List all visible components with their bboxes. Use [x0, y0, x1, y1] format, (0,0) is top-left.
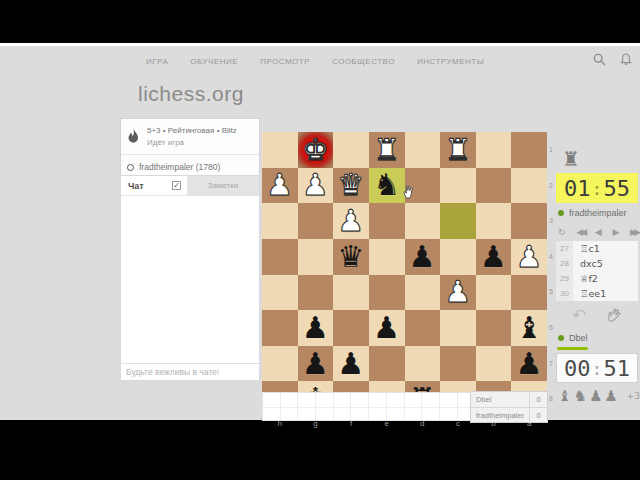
- clock-black: 00:51: [556, 353, 638, 383]
- square-g6[interactable]: ♟: [298, 310, 334, 346]
- nav-item-3[interactable]: СООБЩЕСТВО: [332, 57, 395, 66]
- tray-cell: [405, 408, 423, 421]
- material-advantage: +3: [627, 391, 640, 401]
- chat-input[interactable]: Будьте вежливы в чате!: [121, 363, 259, 380]
- tray-cell: [263, 408, 281, 421]
- square-f6[interactable]: [333, 310, 369, 346]
- clock-white: 01:55: [556, 173, 638, 203]
- square-h1[interactable]: [262, 132, 298, 168]
- move-row-27: 27♖c1: [556, 241, 638, 256]
- black-bishop-a6: ♝: [516, 313, 543, 343]
- offer-draw-hand-icon[interactable]: [603, 304, 625, 326]
- takeback-icon[interactable]: ↶: [572, 305, 586, 325]
- rank-label-6: 6: [549, 324, 553, 331]
- square-g1[interactable]: ♚: [298, 132, 334, 168]
- tray-cell: [281, 393, 299, 407]
- nav-item-0[interactable]: ИГРА: [146, 57, 168, 66]
- square-d2[interactable]: [405, 168, 441, 204]
- square-g3[interactable]: [298, 203, 334, 239]
- square-a6[interactable]: ♝: [511, 310, 547, 346]
- chat-messages: [121, 196, 259, 363]
- square-d7[interactable]: [405, 346, 441, 382]
- square-f5[interactable]: [333, 275, 369, 311]
- square-d1[interactable]: [405, 132, 441, 168]
- square-a4[interactable]: ♟: [511, 239, 547, 275]
- tray-cell: [281, 408, 299, 421]
- tray-cell: [440, 408, 458, 421]
- rank-label-7: 7: [549, 360, 553, 367]
- move-san[interactable]: ♕f2: [573, 273, 598, 284]
- square-c7[interactable]: [440, 346, 476, 382]
- captured-pieces-row: ♝♞♟♟ +3: [558, 387, 640, 405]
- rank-label-5: 5: [549, 288, 553, 295]
- tray-cell: [440, 393, 458, 407]
- player-white-row[interactable]: fradtheimpaler: [558, 208, 627, 218]
- rank-label-4: 4: [549, 253, 553, 260]
- search-icon[interactable]: [593, 53, 606, 66]
- tray-cell: [369, 408, 387, 421]
- square-d5[interactable]: [405, 275, 441, 311]
- game-mode: 5+3 • Рейтинговая • Blitz: [147, 126, 237, 135]
- square-b4[interactable]: ♟: [476, 239, 512, 275]
- replay-controls: ↻◀◀◀▶▶▶: [558, 227, 638, 237]
- rank-label-2: 2: [549, 182, 553, 189]
- top-nav: ИГРАОБУЧЕНИЕПРОСМОТРСООБЩЕСТВОИНСТРУМЕНТ…: [146, 57, 484, 66]
- move-number: 29: [556, 271, 573, 286]
- square-d6[interactable]: [405, 310, 441, 346]
- square-e2[interactable]: ♞: [369, 168, 405, 204]
- square-h5[interactable]: [262, 275, 298, 311]
- square-h7[interactable]: [262, 346, 298, 382]
- square-b6[interactable]: [476, 310, 512, 346]
- square-f3[interactable]: ♟: [333, 203, 369, 239]
- white-queen-f2: ♛: [338, 170, 365, 200]
- move-number: 30: [556, 286, 573, 301]
- nav-item-2[interactable]: ПРОСМОТР: [260, 57, 310, 66]
- time-progress-bar: [557, 347, 588, 350]
- black-pawn-d4: ♟: [409, 242, 436, 272]
- online-dot: [558, 335, 564, 341]
- tray-cell: [387, 393, 405, 407]
- square-a2[interactable]: [511, 168, 547, 204]
- square-e6[interactable]: ♟: [369, 310, 405, 346]
- square-d3[interactable]: [405, 203, 441, 239]
- move-number: 27: [556, 241, 573, 256]
- square-a7[interactable]: ♟: [511, 346, 547, 382]
- captured-piece: ♟: [589, 387, 604, 405]
- replay-prev-icon[interactable]: ◀: [595, 227, 602, 237]
- white-pawn-g2: ♟: [302, 170, 329, 200]
- white-pawn-f3: ♟: [338, 206, 365, 236]
- black-pawn-e6: ♟: [373, 313, 400, 343]
- black-pawn-b4: ♟: [480, 242, 507, 272]
- square-a5[interactable]: [511, 275, 547, 311]
- tray-cell: [316, 408, 334, 421]
- square-f4[interactable]: ♛: [333, 239, 369, 275]
- move-row-29: 29♕f2: [556, 271, 638, 286]
- tab-notes[interactable]: Заметки: [187, 176, 259, 195]
- black-knight-e2: ♞: [373, 170, 400, 200]
- tab-chat[interactable]: Чат: [121, 181, 144, 191]
- white-pawn-h2: ♟: [266, 170, 293, 200]
- square-e7[interactable]: [369, 346, 405, 382]
- square-a3[interactable]: [511, 203, 547, 239]
- move-number: 28: [556, 256, 573, 271]
- screenshot-stage: ИГРАОБУЧЕНИЕПРОСМОТРСООБЩЕСТВОИНСТРУМЕНТ…: [0, 0, 640, 480]
- square-b7[interactable]: [476, 346, 512, 382]
- square-g2[interactable]: ♟: [298, 168, 334, 204]
- score-row-fradtheimpaler: fradtheimpaler0: [471, 407, 547, 422]
- page: ИГРАОБУЧЕНИЕПРОСМОТРСООБЩЕСТВОИНСТРУМЕНТ…: [0, 43, 640, 420]
- square-g4[interactable]: [298, 239, 334, 275]
- captured-piece: ♝: [558, 387, 573, 405]
- tray-cell: [298, 408, 316, 421]
- score-row-Dbel: Dbel0: [471, 392, 547, 407]
- player-black-row[interactable]: Dbel: [558, 333, 588, 343]
- white-color-dot: [127, 164, 134, 171]
- black-pawn-g6: ♟: [302, 313, 329, 343]
- square-h6[interactable]: [262, 310, 298, 346]
- square-c4[interactable]: [440, 239, 476, 275]
- white-pawn-c5: ♟: [444, 277, 471, 307]
- chess-board[interactable]: ♚♜♜♟♟♛♞♟♛♟♟♟♟♟♟♝♟♟♟♚♜: [262, 132, 547, 417]
- white-rook-e1: ♜: [373, 135, 400, 165]
- square-b5[interactable]: [476, 275, 512, 311]
- tray-cell: [387, 408, 405, 421]
- tray-cell: [351, 393, 369, 407]
- square-a1[interactable]: [511, 132, 547, 168]
- move-row-30: 30♖ee1: [556, 286, 638, 301]
- bell-icon[interactable]: [620, 53, 632, 66]
- chat-panel: Чат ✓ Заметки Будьте вежливы в чате!: [120, 175, 260, 381]
- game-status: Идёт игра: [147, 138, 237, 147]
- blitz-flame-icon: [127, 128, 140, 146]
- square-h4[interactable]: [262, 239, 298, 275]
- white-rook-c1: ♜: [444, 135, 471, 165]
- tray-cell: [422, 408, 440, 421]
- replay-last-icon[interactable]: ▶▶: [630, 227, 638, 237]
- square-g5[interactable]: [298, 275, 334, 311]
- score-table: Dbel0fradtheimpaler0: [470, 391, 548, 423]
- tray-cell: [351, 408, 369, 421]
- tray-cell: [405, 393, 423, 407]
- black-pawn-f7: ♟: [338, 349, 365, 379]
- move-list: 27♖c128dxc529♕f230♖ee1: [556, 241, 638, 301]
- black-queen-f4: ♛: [338, 242, 365, 272]
- square-c3[interactable]: [440, 203, 476, 239]
- square-b1[interactable]: [476, 132, 512, 168]
- rook-icon: ♜: [562, 147, 580, 171]
- tray-cell: [263, 393, 281, 407]
- replay-loop-icon[interactable]: ↻: [558, 227, 566, 237]
- move-san[interactable]: dxc5: [573, 258, 603, 269]
- square-e1[interactable]: ♜: [369, 132, 405, 168]
- square-f7[interactable]: ♟: [333, 346, 369, 382]
- nav-item-1[interactable]: ОБУЧЕНИЕ: [190, 57, 238, 66]
- square-e3[interactable]: [369, 203, 405, 239]
- tray-cell: [369, 393, 387, 407]
- tray-cell: [334, 393, 352, 407]
- square-h2[interactable]: ♟: [262, 168, 298, 204]
- nav-item-4[interactable]: ИНСТРУМЕНТЫ: [417, 57, 484, 66]
- square-h3[interactable]: [262, 203, 298, 239]
- black-pawn-a7: ♟: [516, 349, 543, 379]
- captured-piece: ♞: [573, 387, 588, 405]
- tray-cell: [316, 393, 334, 407]
- move-san[interactable]: ♖ee1: [573, 288, 606, 299]
- replay-next-icon[interactable]: ▶: [612, 227, 619, 237]
- square-b3[interactable]: [476, 203, 512, 239]
- tray-cell: [422, 393, 440, 407]
- square-f2[interactable]: ♛: [333, 168, 369, 204]
- square-e5[interactable]: [369, 275, 405, 311]
- square-c2[interactable]: [440, 168, 476, 204]
- square-g7[interactable]: ♟: [298, 346, 334, 382]
- player-white[interactable]: fradtheimpaler (1780): [127, 160, 253, 174]
- rank-label-8: 8: [549, 395, 553, 402]
- captured-piece: ♟: [604, 387, 619, 405]
- square-c1[interactable]: ♜: [440, 132, 476, 168]
- tray-cell: [334, 408, 352, 421]
- move-row-28: 28dxc5: [556, 256, 638, 271]
- square-c6[interactable]: [440, 310, 476, 346]
- chat-toggle-checkbox[interactable]: ✓: [172, 181, 181, 190]
- white-king-g1: ♚: [302, 135, 329, 165]
- tray-cell: [298, 393, 316, 407]
- rank-label-3: 3: [549, 217, 553, 224]
- white-pawn-a4: ♟: [516, 242, 543, 272]
- rank-label-1: 1: [549, 146, 553, 153]
- online-dot: [558, 210, 564, 216]
- move-san[interactable]: ♖c1: [573, 243, 600, 254]
- black-pawn-g7: ♟: [302, 349, 329, 379]
- square-b2[interactable]: [476, 168, 512, 204]
- square-d4[interactable]: ♟: [405, 239, 441, 275]
- lichess-logo[interactable]: lichess.org: [138, 82, 244, 106]
- square-f1[interactable]: [333, 132, 369, 168]
- square-c5[interactable]: ♟: [440, 275, 476, 311]
- square-e4[interactable]: [369, 239, 405, 275]
- replay-first-icon[interactable]: ◀◀: [576, 227, 584, 237]
